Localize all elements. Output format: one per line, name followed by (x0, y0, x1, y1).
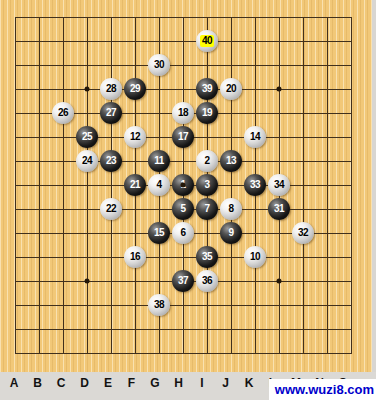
star-point-L4 (277, 87, 282, 92)
move-number: 5 (180, 204, 185, 214)
move-number: 9 (228, 228, 233, 238)
move-number: 13 (226, 156, 236, 166)
stone-white-36-I12: 36 (196, 270, 218, 292)
column-label-D: D (77, 376, 93, 390)
stone-black-35-I11: 35 (196, 246, 218, 268)
column-label-F: F (124, 376, 140, 390)
column-label-J: J (218, 376, 234, 390)
move-number: 30 (154, 60, 164, 70)
move-number: 24 (82, 156, 92, 166)
move-number: 25 (82, 132, 92, 142)
move-number: 3 (204, 180, 209, 190)
star-point-L12 (277, 279, 282, 284)
move-number: 17 (178, 132, 188, 142)
site-url-link[interactable]: www.wuzi8.com (275, 382, 374, 397)
stone-white-34-L8: 34 (268, 174, 290, 196)
stone-white-2-I7: 2 (196, 150, 218, 172)
stone-black-21-F8: 21 (124, 174, 146, 196)
stone-white-40-I2: 40 (196, 30, 218, 52)
stone-black-3-I8: 3 (196, 174, 218, 196)
last-move-number-highlight: 40 (200, 35, 214, 47)
stone-white-30-G3: 30 (148, 54, 170, 76)
goban-wood-background: 1234567891011121314151617181920212223242… (0, 0, 372, 372)
move-number: 27 (106, 108, 116, 118)
move-number: 35 (202, 252, 212, 262)
stone-black-11-G7: 11 (148, 150, 170, 172)
stone-white-8-J9: 8 (220, 198, 242, 220)
column-label-K: K (241, 376, 257, 390)
move-number: 38 (154, 300, 164, 310)
move-number: 36 (202, 276, 212, 286)
stone-black-29-F4: 29 (124, 78, 146, 100)
move-number: 14 (250, 132, 260, 142)
move-number: 26 (58, 108, 68, 118)
stone-black-37-H12: 37 (172, 270, 194, 292)
stone-white-14-K6: 14 (244, 126, 266, 148)
stone-white-4-G8: 4 (148, 174, 170, 196)
move-number: 8 (228, 204, 233, 214)
stone-white-22-E9: 22 (100, 198, 122, 220)
move-number: 19 (202, 108, 212, 118)
stone-white-38-G13: 38 (148, 294, 170, 316)
column-label-I: I (194, 376, 210, 390)
move-number: 16 (130, 252, 140, 262)
stone-black-27-E5: 27 (100, 102, 122, 124)
move-number: 11 (154, 156, 164, 166)
move-number: 15 (154, 228, 164, 238)
move-number: 10 (250, 252, 260, 262)
column-label-A: A (6, 376, 22, 390)
stone-white-6-H10: 6 (172, 222, 194, 244)
stone-black-39-I4: 39 (196, 78, 218, 100)
move-number: 4 (156, 180, 161, 190)
stone-black-15-G10: 15 (148, 222, 170, 244)
stone-black-25-D6: 25 (76, 126, 98, 148)
move-number: 29 (130, 84, 140, 94)
move-number: 20 (226, 84, 236, 94)
move-number: 31 (274, 204, 284, 214)
stone-white-12-F6: 12 (124, 126, 146, 148)
stone-white-32-M10: 32 (292, 222, 314, 244)
move-number: 6 (180, 228, 185, 238)
move-number: 12 (130, 132, 140, 142)
stone-black-17-H6: 17 (172, 126, 194, 148)
column-label-C: C (53, 376, 69, 390)
move-number: 23 (106, 156, 116, 166)
move-number: 39 (202, 84, 212, 94)
site-url-box: www.wuzi8.com (269, 379, 376, 400)
column-label-B: B (30, 376, 46, 390)
move-number: 21 (130, 180, 140, 190)
column-label-H: H (171, 376, 187, 390)
column-label-E: E (100, 376, 116, 390)
move-number: 28 (106, 84, 116, 94)
stone-white-26-C5: 26 (52, 102, 74, 124)
move-number: 33 (250, 180, 260, 190)
move-number: 22 (106, 204, 116, 214)
stone-black-13-J7: 13 (220, 150, 242, 172)
move-number: 34 (274, 180, 284, 190)
column-label-G: G (147, 376, 163, 390)
gomoku-board-screenshot: 1234567891011121314151617181920212223242… (0, 0, 376, 400)
stone-black-31-L9: 31 (268, 198, 290, 220)
stone-black-5-H9: 5 (172, 198, 194, 220)
stone-white-20-J4: 20 (220, 78, 242, 100)
move-number: 37 (178, 276, 188, 286)
stone-black-9-J10: 9 (220, 222, 242, 244)
move-number: 32 (298, 228, 308, 238)
move-number: 18 (178, 108, 188, 118)
star-point-H8 (181, 183, 186, 188)
stone-black-23-E7: 23 (100, 150, 122, 172)
stone-white-28-E4: 28 (100, 78, 122, 100)
stone-white-18-H5: 18 (172, 102, 194, 124)
move-number: 2 (204, 156, 209, 166)
stone-black-19-I5: 19 (196, 102, 218, 124)
stone-white-24-D7: 24 (76, 150, 98, 172)
move-number: 7 (204, 204, 209, 214)
stone-black-33-K8: 33 (244, 174, 266, 196)
star-point-D12 (85, 279, 90, 284)
star-point-D4 (85, 87, 90, 92)
stone-white-16-F11: 16 (124, 246, 146, 268)
stone-white-10-K11: 10 (244, 246, 266, 268)
stone-black-7-I9: 7 (196, 198, 218, 220)
